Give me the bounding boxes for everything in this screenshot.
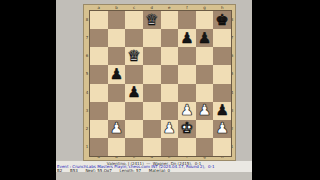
square-c8[interactable] (125, 11, 143, 29)
square-g4[interactable] (196, 84, 214, 102)
square-f4[interactable] (178, 84, 196, 102)
square-d4[interactable] (143, 84, 161, 102)
chess-board[interactable]: ♛♚♟♟♛♟♟♟♟♟♟♟♚♟ (90, 11, 231, 156)
square-c4[interactable]: ♟ (125, 84, 143, 102)
square-d8[interactable]: ♛ (143, 11, 161, 29)
square-c3[interactable] (125, 102, 143, 120)
square-a5[interactable] (90, 65, 108, 83)
square-f5[interactable] (178, 65, 196, 83)
square-a6[interactable] (90, 47, 108, 65)
square-f6[interactable] (178, 47, 196, 65)
square-a3[interactable] (90, 102, 108, 120)
piece-white-pawn-h2[interactable]: ♟ (215, 121, 228, 136)
square-f8[interactable] (178, 11, 196, 29)
square-c1[interactable] (125, 138, 143, 156)
square-c2[interactable] (125, 120, 143, 138)
square-e2[interactable]: ♟ (161, 120, 179, 138)
square-c7[interactable] (125, 29, 143, 47)
square-h1[interactable] (213, 138, 231, 156)
square-a1[interactable] (90, 138, 108, 156)
square-h3[interactable]: ♟ (213, 102, 231, 120)
caption-area: Valentino, J (2411) — Wagner, Dn (2415),… (56, 161, 252, 172)
square-f3[interactable]: ♟ (178, 102, 196, 120)
square-d7[interactable] (143, 29, 161, 47)
square-h2[interactable]: ♟ (213, 120, 231, 138)
square-e8[interactable] (161, 11, 179, 29)
square-b2[interactable]: ♟ (108, 120, 126, 138)
chess-gui-panel: abcdefgh abcdefgh 87654321 87654321 ♛♚♟♟… (56, 0, 252, 180)
square-e4[interactable] (161, 84, 179, 102)
square-h6[interactable] (213, 47, 231, 65)
square-d3[interactable] (143, 102, 161, 120)
square-h8[interactable]: ♚ (213, 11, 231, 29)
square-b4[interactable] (108, 84, 126, 102)
square-h4[interactable] (213, 84, 231, 102)
square-h7[interactable] (213, 29, 231, 47)
piece-white-queen-d8[interactable]: ♛ (145, 13, 158, 28)
piece-black-pawn-h3[interactable]: ♟ (215, 103, 228, 118)
piece-white-pawn-g3[interactable]: ♟ (198, 103, 211, 118)
footer-strip (56, 172, 252, 180)
square-c6[interactable]: ♛ (125, 47, 143, 65)
square-d5[interactable] (143, 65, 161, 83)
square-e5[interactable] (161, 65, 179, 83)
square-c5[interactable] (125, 65, 143, 83)
square-f7[interactable]: ♟ (178, 29, 196, 47)
square-h5[interactable] (213, 65, 231, 83)
square-f2[interactable]: ♚ (178, 120, 196, 138)
piece-black-pawn-g7[interactable]: ♟ (198, 31, 211, 46)
square-e3[interactable] (161, 102, 179, 120)
square-a2[interactable] (90, 120, 108, 138)
square-e6[interactable] (161, 47, 179, 65)
square-a4[interactable] (90, 84, 108, 102)
square-e1[interactable] (161, 138, 179, 156)
piece-white-pawn-b2[interactable]: ♟ (110, 121, 123, 136)
square-b7[interactable] (108, 29, 126, 47)
square-b8[interactable] (108, 11, 126, 29)
piece-black-pawn-f7[interactable]: ♟ (180, 31, 193, 46)
board-frame: abcdefgh abcdefgh 87654321 87654321 ♛♚♟♟… (83, 4, 236, 161)
square-g5[interactable] (196, 65, 214, 83)
square-b3[interactable] (108, 102, 126, 120)
square-g3[interactable]: ♟ (196, 102, 214, 120)
square-d6[interactable] (143, 47, 161, 65)
square-b6[interactable] (108, 47, 126, 65)
piece-black-king-h8[interactable]: ♚ (215, 13, 228, 28)
video-frame: abcdefgh abcdefgh 87654321 87654321 ♛♚♟♟… (0, 0, 320, 180)
square-g1[interactable] (196, 138, 214, 156)
square-g7[interactable]: ♟ (196, 29, 214, 47)
piece-white-king-f2[interactable]: ♚ (180, 121, 193, 136)
square-b1[interactable] (108, 138, 126, 156)
square-a7[interactable] (90, 29, 108, 47)
square-f1[interactable] (178, 138, 196, 156)
square-d1[interactable] (143, 138, 161, 156)
piece-black-pawn-c4[interactable]: ♟ (127, 85, 140, 100)
square-d2[interactable] (143, 120, 161, 138)
square-a8[interactable] (90, 11, 108, 29)
piece-white-pawn-f3[interactable]: ♟ (180, 103, 193, 118)
square-g6[interactable] (196, 47, 214, 65)
piece-white-pawn-e2[interactable]: ♟ (163, 121, 176, 136)
piece-white-queen-c6[interactable]: ♛ (127, 49, 140, 64)
piece-black-pawn-b5[interactable]: ♟ (110, 67, 123, 82)
square-g2[interactable] (196, 120, 214, 138)
square-e7[interactable] (161, 29, 179, 47)
square-b5[interactable]: ♟ (108, 65, 126, 83)
square-g8[interactable] (196, 11, 214, 29)
